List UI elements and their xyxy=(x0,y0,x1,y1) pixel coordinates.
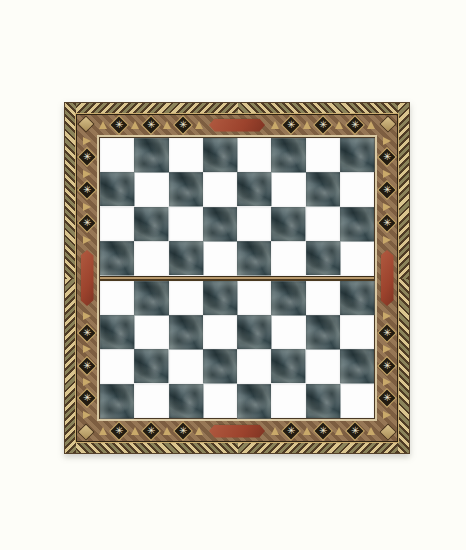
square-b6[interactable] xyxy=(134,207,168,241)
square-f6[interactable] xyxy=(271,207,305,241)
square-g4[interactable] xyxy=(306,281,340,315)
square-a2[interactable] xyxy=(100,349,134,383)
corner-diamond-icon xyxy=(381,425,395,439)
rosette-icon: ✳ xyxy=(79,390,96,407)
square-e7[interactable] xyxy=(237,172,271,206)
red-inlay xyxy=(209,425,265,438)
square-e2[interactable] xyxy=(237,349,271,383)
palmette-icon xyxy=(271,427,279,435)
square-g6[interactable] xyxy=(306,207,340,241)
palmette-icon xyxy=(99,121,107,129)
rosette-icon: ✳ xyxy=(315,423,332,440)
ornament-strip-top: ✳✳✳✳✳✳ xyxy=(97,115,377,135)
palmette-icon xyxy=(83,203,91,211)
palmette-icon xyxy=(163,427,171,435)
square-e5[interactable] xyxy=(237,241,271,275)
chevron-border-left xyxy=(65,103,76,453)
palmette-icon xyxy=(83,411,91,419)
square-b1[interactable] xyxy=(134,384,168,418)
rosette-icon: ✳ xyxy=(347,117,364,134)
square-e4[interactable] xyxy=(237,281,271,315)
square-g5[interactable] xyxy=(305,241,339,275)
palmette-icon xyxy=(83,345,91,353)
square-h6[interactable] xyxy=(340,207,374,241)
red-inlay xyxy=(81,250,94,306)
square-f1[interactable] xyxy=(271,384,305,418)
chevron-border-top xyxy=(65,103,409,114)
palmette-icon xyxy=(83,137,91,145)
square-e1[interactable] xyxy=(237,384,271,418)
chevron-border-bottom xyxy=(65,442,409,453)
rosette-icon: ✳ xyxy=(79,357,96,374)
palmette-icon xyxy=(383,411,391,419)
square-h2[interactable] xyxy=(340,349,374,383)
rosette-icon: ✳ xyxy=(379,357,396,374)
board-grid xyxy=(100,138,374,418)
square-c7[interactable] xyxy=(169,172,203,206)
square-b3[interactable] xyxy=(134,315,168,349)
palmette-icon xyxy=(83,170,91,178)
palmette-icon xyxy=(195,427,203,435)
rosette-icon: ✳ xyxy=(379,215,396,232)
square-d5[interactable] xyxy=(203,241,237,275)
rosette-icon: ✳ xyxy=(143,423,160,440)
rosette-icon: ✳ xyxy=(79,149,96,166)
palmette-icon xyxy=(83,236,91,244)
rosette-icon: ✳ xyxy=(175,117,192,134)
rosette-icon: ✳ xyxy=(79,182,96,199)
square-h4[interactable] xyxy=(340,281,374,315)
square-f2[interactable] xyxy=(271,349,305,383)
square-a7[interactable] xyxy=(100,172,134,206)
square-h7[interactable] xyxy=(340,172,374,206)
square-c6[interactable] xyxy=(169,207,203,241)
square-b7[interactable] xyxy=(134,172,168,206)
palmette-icon xyxy=(83,312,91,320)
red-inlay xyxy=(209,119,265,132)
square-c8[interactable] xyxy=(169,138,203,172)
corner-diamond-icon xyxy=(79,117,93,131)
square-d8[interactable] xyxy=(203,138,237,172)
square-a8[interactable] xyxy=(100,138,134,172)
square-f3[interactable] xyxy=(271,315,305,349)
square-a1[interactable] xyxy=(100,384,134,418)
square-d1[interactable] xyxy=(203,384,237,418)
square-b2[interactable] xyxy=(134,349,168,383)
square-a4[interactable] xyxy=(100,281,134,315)
rosette-icon: ✳ xyxy=(111,117,128,134)
palmette-icon xyxy=(163,121,171,129)
rosette-icon: ✳ xyxy=(379,182,396,199)
palmette-icon xyxy=(367,427,375,435)
square-f5[interactable] xyxy=(271,241,305,275)
rosette-icon: ✳ xyxy=(379,324,396,341)
square-g1[interactable] xyxy=(305,384,339,418)
square-d4[interactable] xyxy=(203,281,237,315)
palmette-icon xyxy=(303,121,311,129)
palmette-icon xyxy=(383,170,391,178)
chevron-border-right xyxy=(398,103,409,453)
palmette-icon xyxy=(99,427,107,435)
rosette-icon: ✳ xyxy=(379,149,396,166)
ornament-band: ✳✳✳✳✳✳ ✳✳✳✳✳✳ ✳✳✳✳✳✳ ✳✳✳✳✳✳ xyxy=(76,114,398,442)
square-c4[interactable] xyxy=(169,281,203,315)
square-d3[interactable] xyxy=(203,315,237,349)
palmette-icon xyxy=(383,203,391,211)
palmette-icon xyxy=(131,121,139,129)
corner-diamond-icon xyxy=(381,117,395,131)
palmette-icon xyxy=(195,121,203,129)
rosette-icon: ✳ xyxy=(283,117,300,134)
square-e6[interactable] xyxy=(237,207,271,241)
square-g2[interactable] xyxy=(306,349,340,383)
square-f4[interactable] xyxy=(271,281,305,315)
square-b5[interactable] xyxy=(134,241,168,275)
square-g3[interactable] xyxy=(306,315,340,349)
square-c3[interactable] xyxy=(169,315,203,349)
square-a5[interactable] xyxy=(100,241,134,275)
chessboard-frame: ✳✳✳✳✳✳ ✳✳✳✳✳✳ ✳✳✳✳✳✳ ✳✳✳✳✳✳ xyxy=(64,102,410,454)
palmette-icon xyxy=(367,121,375,129)
square-f7[interactable] xyxy=(271,172,305,206)
rosette-icon: ✳ xyxy=(379,390,396,407)
square-c2[interactable] xyxy=(169,349,203,383)
square-b4[interactable] xyxy=(134,281,168,315)
rosette-icon: ✳ xyxy=(79,324,96,341)
rosette-icon: ✳ xyxy=(283,423,300,440)
palmette-icon xyxy=(335,121,343,129)
palmette-icon xyxy=(383,312,391,320)
square-e8[interactable] xyxy=(237,138,271,172)
square-d2[interactable] xyxy=(203,349,237,383)
square-d7[interactable] xyxy=(203,172,237,206)
palmette-icon xyxy=(383,345,391,353)
photo-stage: ✳✳✳✳✳✳ ✳✳✳✳✳✳ ✳✳✳✳✳✳ ✳✳✳✳✳✳ xyxy=(0,0,466,550)
square-h8[interactable] xyxy=(340,138,374,172)
square-e3[interactable] xyxy=(237,315,271,349)
palmette-icon xyxy=(131,427,139,435)
square-h5[interactable] xyxy=(340,241,374,275)
ornament-strip-right: ✳✳✳✳✳✳ xyxy=(377,135,397,421)
playing-field xyxy=(97,135,377,421)
rosette-icon: ✳ xyxy=(111,423,128,440)
square-a3[interactable] xyxy=(100,315,134,349)
palmette-icon xyxy=(383,378,391,386)
rosette-icon: ✳ xyxy=(143,117,160,134)
rosette-icon: ✳ xyxy=(175,423,192,440)
rosette-icon: ✳ xyxy=(347,423,364,440)
square-a6[interactable] xyxy=(100,207,134,241)
palmette-icon xyxy=(303,427,311,435)
square-g8[interactable] xyxy=(306,138,340,172)
red-inlay xyxy=(381,250,394,306)
square-h3[interactable] xyxy=(340,315,374,349)
square-h1[interactable] xyxy=(340,384,374,418)
rosette-icon: ✳ xyxy=(315,117,332,134)
rosette-icon: ✳ xyxy=(79,215,96,232)
square-c5[interactable] xyxy=(168,241,202,275)
palmette-icon xyxy=(271,121,279,129)
ornament-strip-left: ✳✳✳✳✳✳ xyxy=(77,135,97,421)
palmette-icon xyxy=(383,236,391,244)
palmette-icon xyxy=(83,378,91,386)
square-c1[interactable] xyxy=(168,384,202,418)
corner-diamond-icon xyxy=(79,425,93,439)
square-f8[interactable] xyxy=(271,138,305,172)
square-d6[interactable] xyxy=(203,207,237,241)
palmette-icon xyxy=(383,137,391,145)
palmette-icon xyxy=(335,427,343,435)
square-b8[interactable] xyxy=(134,138,168,172)
square-g7[interactable] xyxy=(306,172,340,206)
ornament-strip-bottom: ✳✳✳✳✳✳ xyxy=(97,421,377,441)
